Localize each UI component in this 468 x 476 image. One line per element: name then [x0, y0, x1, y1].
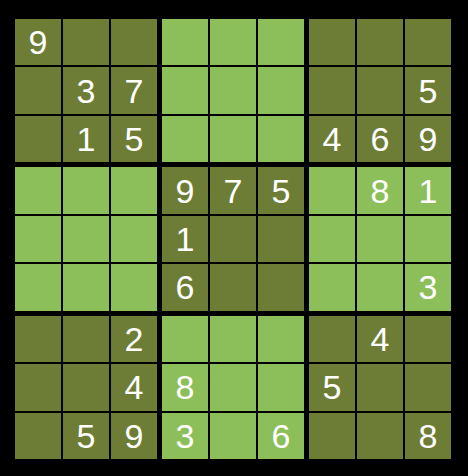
- cell-r2c2[interactable]: 3: [63, 67, 109, 113]
- cell-r6c3[interactable]: [111, 264, 157, 310]
- cell-r7c6[interactable]: [258, 316, 304, 362]
- cell-r7c2[interactable]: [63, 316, 109, 362]
- cell-r9c7[interactable]: [309, 413, 355, 459]
- sudoku-box-7: 2459: [15, 316, 157, 459]
- cell-r7c7[interactable]: [309, 316, 355, 362]
- cell-r5c5[interactable]: [210, 216, 256, 262]
- cell-r8c9[interactable]: [405, 364, 451, 410]
- sudoku-box-3: 5469: [309, 19, 451, 162]
- sudoku-screen: 937155469975168132459836458: [0, 0, 468, 476]
- cell-r1c7[interactable]: [309, 19, 355, 65]
- cell-r1c1[interactable]: 9: [15, 19, 61, 65]
- sudoku-box-5: 97516: [162, 167, 304, 310]
- cell-r9c3[interactable]: 9: [111, 413, 157, 459]
- cell-r4c9[interactable]: 1: [405, 167, 451, 213]
- cell-r6c7[interactable]: [309, 264, 355, 310]
- sudoku-box-8: 836: [162, 316, 304, 459]
- cell-r1c4[interactable]: [162, 19, 208, 65]
- cell-r9c5[interactable]: [210, 413, 256, 459]
- cell-r3c7[interactable]: 4: [309, 116, 355, 162]
- cell-r4c6[interactable]: 5: [258, 167, 304, 213]
- cell-r9c1[interactable]: [15, 413, 61, 459]
- cell-r9c9[interactable]: 8: [405, 413, 451, 459]
- cell-r5c9[interactable]: [405, 216, 451, 262]
- cell-r8c8[interactable]: [357, 364, 403, 410]
- cell-r2c7[interactable]: [309, 67, 355, 113]
- cell-r4c8[interactable]: 8: [357, 167, 403, 213]
- sudoku-box-1: 93715: [15, 19, 157, 162]
- cell-r7c3[interactable]: 2: [111, 316, 157, 362]
- cell-r5c1[interactable]: [15, 216, 61, 262]
- cell-r3c2[interactable]: 1: [63, 116, 109, 162]
- cell-r7c1[interactable]: [15, 316, 61, 362]
- cell-r2c9[interactable]: 5: [405, 67, 451, 113]
- cell-r4c7[interactable]: [309, 167, 355, 213]
- cell-r6c2[interactable]: [63, 264, 109, 310]
- cell-r9c6[interactable]: 6: [258, 413, 304, 459]
- cell-r9c4[interactable]: 3: [162, 413, 208, 459]
- cell-r4c2[interactable]: [63, 167, 109, 213]
- cell-r1c3[interactable]: [111, 19, 157, 65]
- cell-r9c2[interactable]: 5: [63, 413, 109, 459]
- cell-r1c5[interactable]: [210, 19, 256, 65]
- cell-r6c4[interactable]: 6: [162, 264, 208, 310]
- cell-r1c9[interactable]: [405, 19, 451, 65]
- cell-r7c4[interactable]: [162, 316, 208, 362]
- cell-r5c2[interactable]: [63, 216, 109, 262]
- cell-r6c5[interactable]: [210, 264, 256, 310]
- cell-r4c1[interactable]: [15, 167, 61, 213]
- cell-r3c4[interactable]: [162, 116, 208, 162]
- cell-r2c5[interactable]: [210, 67, 256, 113]
- sudoku-board: 937155469975168132459836458: [13, 17, 453, 461]
- cell-r3c5[interactable]: [210, 116, 256, 162]
- cell-r3c9[interactable]: 9: [405, 116, 451, 162]
- cell-r7c5[interactable]: [210, 316, 256, 362]
- cell-r8c7[interactable]: 5: [309, 364, 355, 410]
- cell-r9c8[interactable]: [357, 413, 403, 459]
- sudoku-box-6: 813: [309, 167, 451, 310]
- cell-r5c7[interactable]: [309, 216, 355, 262]
- cell-r6c8[interactable]: [357, 264, 403, 310]
- cell-r2c8[interactable]: [357, 67, 403, 113]
- cell-r1c8[interactable]: [357, 19, 403, 65]
- sudoku-box-2: [162, 19, 304, 162]
- cell-r7c9[interactable]: [405, 316, 451, 362]
- cell-r8c2[interactable]: [63, 364, 109, 410]
- cell-r6c1[interactable]: [15, 264, 61, 310]
- cell-r5c3[interactable]: [111, 216, 157, 262]
- cell-r2c1[interactable]: [15, 67, 61, 113]
- cell-r2c3[interactable]: 7: [111, 67, 157, 113]
- cell-r8c5[interactable]: [210, 364, 256, 410]
- sudoku-box-4: [15, 167, 157, 310]
- cell-r4c4[interactable]: 9: [162, 167, 208, 213]
- cell-r1c6[interactable]: [258, 19, 304, 65]
- cell-r7c8[interactable]: 4: [357, 316, 403, 362]
- sudoku-box-9: 458: [309, 316, 451, 459]
- cell-r4c3[interactable]: [111, 167, 157, 213]
- cell-r3c6[interactable]: [258, 116, 304, 162]
- cell-r1c2[interactable]: [63, 19, 109, 65]
- cell-r5c8[interactable]: [357, 216, 403, 262]
- cell-r3c8[interactable]: 6: [357, 116, 403, 162]
- cell-r4c5[interactable]: 7: [210, 167, 256, 213]
- cell-r8c1[interactable]: [15, 364, 61, 410]
- cell-r8c4[interactable]: 8: [162, 364, 208, 410]
- cell-r5c4[interactable]: 1: [162, 216, 208, 262]
- cell-r2c4[interactable]: [162, 67, 208, 113]
- cell-r8c3[interactable]: 4: [111, 364, 157, 410]
- cell-r3c1[interactable]: [15, 116, 61, 162]
- cell-r2c6[interactable]: [258, 67, 304, 113]
- cell-r8c6[interactable]: [258, 364, 304, 410]
- cell-r6c6[interactable]: [258, 264, 304, 310]
- cell-r5c6[interactable]: [258, 216, 304, 262]
- cell-r6c9[interactable]: 3: [405, 264, 451, 310]
- cell-r3c3[interactable]: 5: [111, 116, 157, 162]
